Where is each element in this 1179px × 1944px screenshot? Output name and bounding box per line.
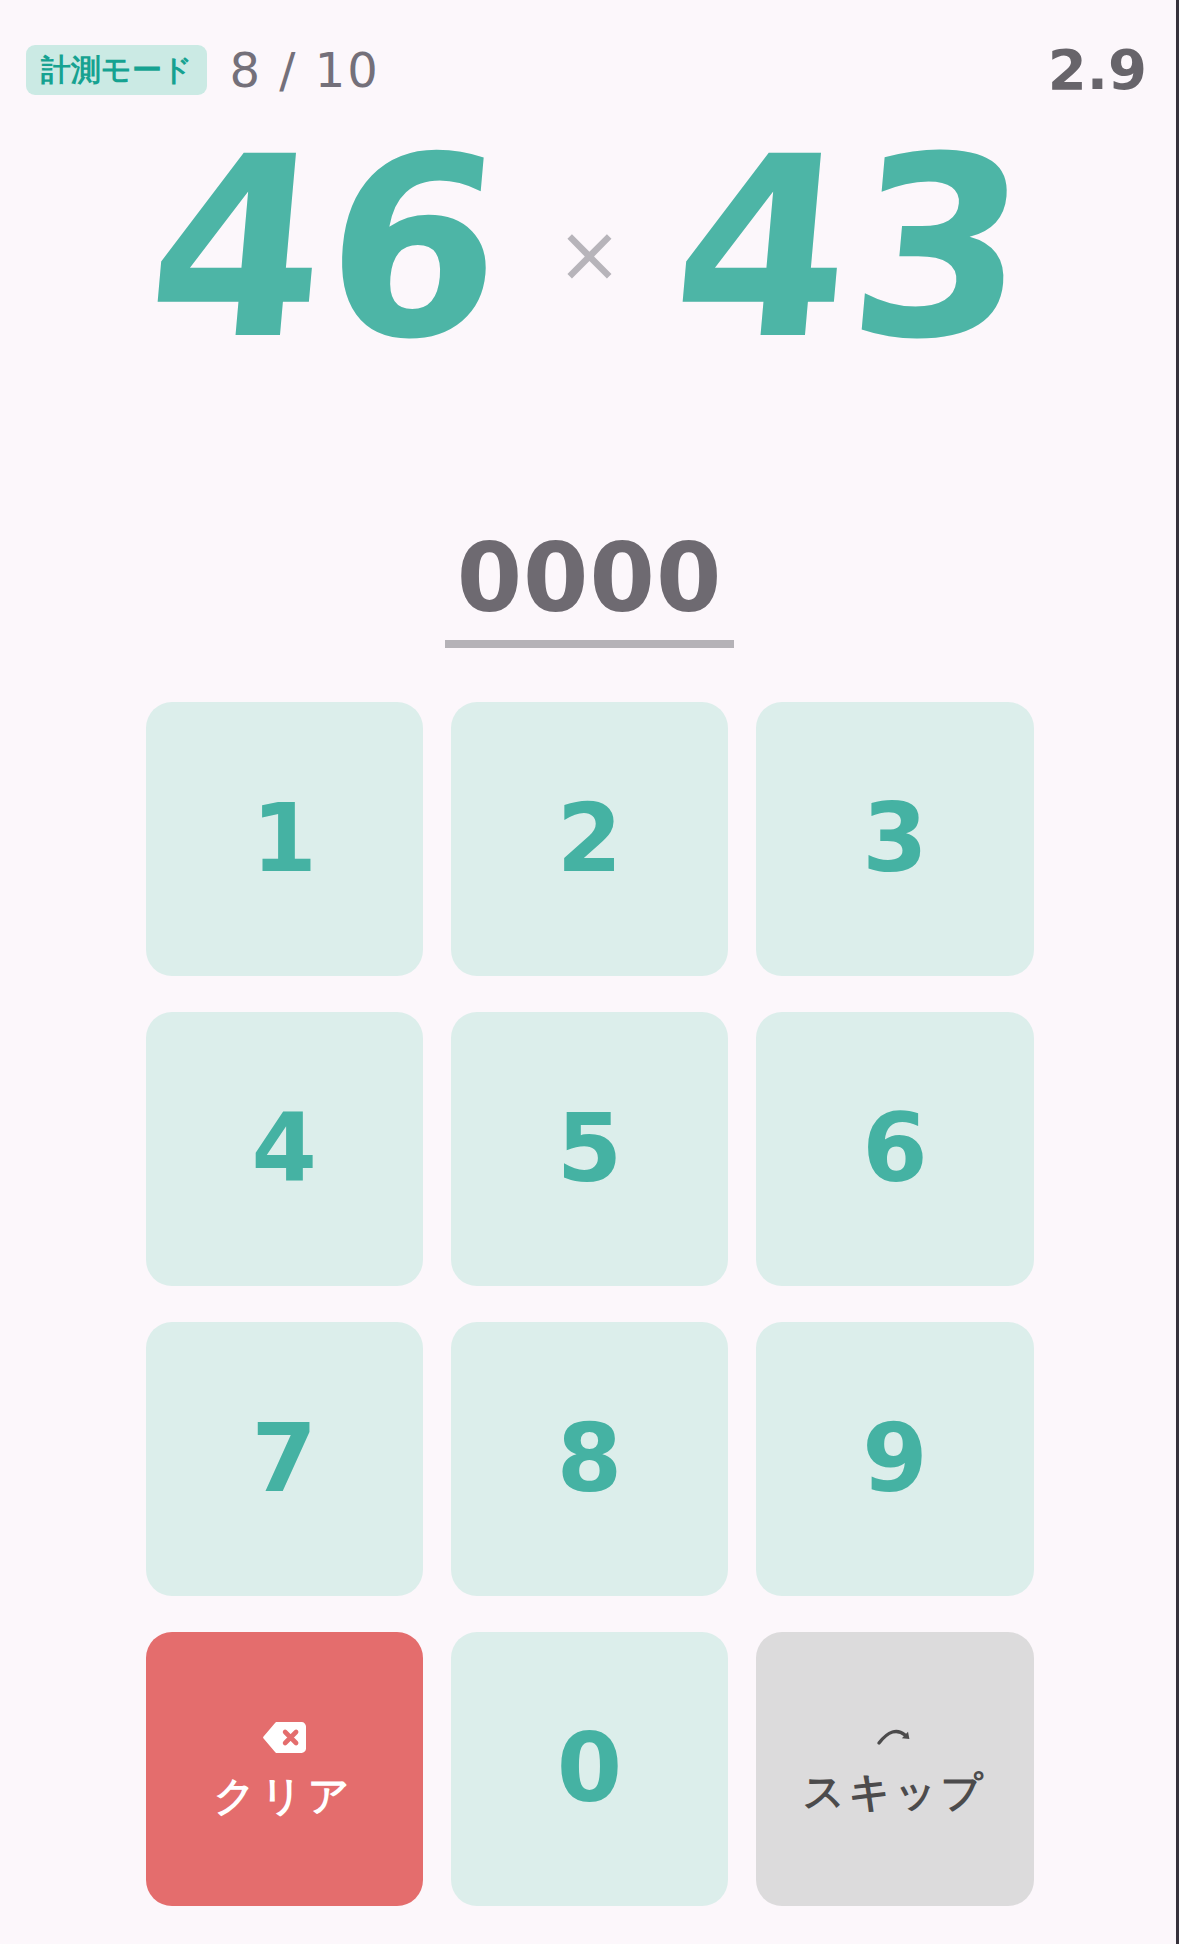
key-6-label: 6 — [862, 1102, 927, 1196]
header: 計測モード 8 / 10 2.9 — [0, 0, 1179, 98]
key-3[interactable]: 3 — [756, 702, 1033, 976]
key-9-label: 9 — [862, 1412, 927, 1506]
multiplication-sign-icon: × — [557, 205, 622, 293]
main: 46 × 43 0000 1 2 3 4 5 6 7 8 9 — [0, 124, 1179, 1906]
key-2-label: 2 — [557, 792, 622, 886]
key-1[interactable]: 1 — [146, 702, 423, 976]
key-7[interactable]: 7 — [146, 1322, 423, 1596]
problem-operand-2: 43 — [665, 124, 1039, 374]
key-4[interactable]: 4 — [146, 1012, 423, 1286]
clear-button[interactable]: クリア — [146, 1632, 423, 1906]
key-7-label: 7 — [251, 1412, 316, 1506]
key-5-label: 5 — [557, 1102, 622, 1196]
skip-button-label: スキップ — [803, 1772, 987, 1813]
timer: 2.9 — [1048, 42, 1147, 98]
key-8[interactable]: 8 — [451, 1322, 728, 1596]
mode-badge: 計測モード — [26, 45, 207, 95]
key-0-label: 0 — [557, 1722, 622, 1816]
key-0[interactable]: 0 — [451, 1632, 728, 1906]
backspace-icon — [262, 1721, 306, 1754]
problem: 46 × 43 — [0, 124, 1179, 374]
answer-area: 0000 — [0, 532, 1179, 648]
clear-button-label: クリア — [214, 1776, 355, 1817]
key-8-label: 8 — [557, 1412, 622, 1506]
key-6[interactable]: 6 — [756, 1012, 1033, 1286]
progress-counter: 8 / 10 — [229, 46, 379, 94]
keypad: 1 2 3 4 5 6 7 8 9 クリア — [146, 702, 1034, 1906]
skip-button[interactable]: スキップ — [756, 1632, 1033, 1906]
answer-input: 0000 — [445, 532, 735, 648]
key-4-label: 4 — [251, 1102, 316, 1196]
problem-operand-1: 46 — [140, 124, 514, 374]
redo-arrow-icon — [875, 1726, 915, 1748]
key-9[interactable]: 9 — [756, 1322, 1033, 1596]
key-1-label: 1 — [251, 792, 316, 886]
key-3-label: 3 — [862, 792, 927, 886]
key-5[interactable]: 5 — [451, 1012, 728, 1286]
key-2[interactable]: 2 — [451, 702, 728, 976]
